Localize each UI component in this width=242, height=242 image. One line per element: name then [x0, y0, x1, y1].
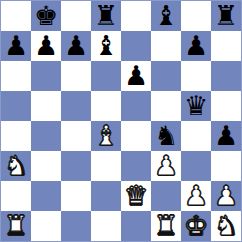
square-e8[interactable] — [121, 1, 151, 31]
square-g6[interactable] — [181, 61, 211, 91]
square-b6[interactable] — [31, 61, 61, 91]
black-pawn[interactable]: ♟ — [184, 32, 208, 59]
square-e1[interactable] — [121, 211, 151, 241]
square-f5[interactable] — [151, 91, 181, 121]
white-knight[interactable]: ♞ — [4, 152, 28, 179]
square-f4[interactable]: ♞ — [151, 121, 181, 151]
square-g4[interactable] — [181, 121, 211, 151]
square-a1[interactable]: ♜ — [1, 211, 31, 241]
black-pawn[interactable]: ♟ — [34, 32, 58, 59]
square-d7[interactable]: ♝ — [91, 31, 121, 61]
square-c3[interactable] — [61, 151, 91, 181]
white-pawn[interactable]: ♟ — [154, 152, 178, 179]
black-pawn[interactable]: ♟ — [4, 32, 28, 59]
square-b4[interactable] — [31, 121, 61, 151]
square-b2[interactable] — [31, 181, 61, 211]
square-h7[interactable] — [211, 31, 241, 61]
white-pawn[interactable]: ♟ — [184, 182, 208, 209]
square-b5[interactable] — [31, 91, 61, 121]
square-c4[interactable] — [61, 121, 91, 151]
black-bishop[interactable]: ♝ — [94, 32, 118, 59]
square-h3[interactable] — [211, 151, 241, 181]
square-c5[interactable] — [61, 91, 91, 121]
black-rook[interactable]: ♜ — [214, 2, 238, 29]
square-h5[interactable] — [211, 91, 241, 121]
square-g3[interactable] — [181, 151, 211, 181]
square-g1[interactable]: ♚ — [181, 211, 211, 241]
square-e3[interactable] — [121, 151, 151, 181]
square-b1[interactable] — [31, 211, 61, 241]
square-h8[interactable]: ♜ — [211, 1, 241, 31]
square-d6[interactable] — [91, 61, 121, 91]
black-queen[interactable]: ♛ — [184, 92, 208, 119]
white-bishop[interactable]: ♝ — [94, 122, 118, 149]
square-a5[interactable] — [1, 91, 31, 121]
square-c2[interactable] — [61, 181, 91, 211]
square-d3[interactable] — [91, 151, 121, 181]
square-b7[interactable]: ♟ — [31, 31, 61, 61]
square-f3[interactable]: ♟ — [151, 151, 181, 181]
square-f1[interactable]: ♜ — [151, 211, 181, 241]
square-a3[interactable]: ♞ — [1, 151, 31, 181]
square-a7[interactable]: ♟ — [1, 31, 31, 61]
square-g8[interactable] — [181, 1, 211, 31]
square-e4[interactable] — [121, 121, 151, 151]
white-knight[interactable]: ♞ — [214, 212, 238, 239]
square-d4[interactable]: ♝ — [91, 121, 121, 151]
square-g2[interactable]: ♟ — [181, 181, 211, 211]
square-a6[interactable] — [1, 61, 31, 91]
square-a8[interactable] — [1, 1, 31, 31]
square-c6[interactable] — [61, 61, 91, 91]
square-g5[interactable]: ♛ — [181, 91, 211, 121]
square-d1[interactable] — [91, 211, 121, 241]
square-d8[interactable]: ♜ — [91, 1, 121, 31]
black-pawn[interactable]: ♟ — [124, 62, 148, 89]
white-king[interactable]: ♚ — [184, 212, 208, 239]
square-e7[interactable] — [121, 31, 151, 61]
square-d5[interactable] — [91, 91, 121, 121]
square-h6[interactable] — [211, 61, 241, 91]
square-f7[interactable] — [151, 31, 181, 61]
white-pawn[interactable]: ♟ — [214, 182, 238, 209]
white-rook[interactable]: ♜ — [4, 212, 28, 239]
chess-board: ♚♜♝♜♟♟♟♝♟♟♛♝♞♟♞♟♛♟♟♜♜♚♞ — [0, 0, 242, 242]
square-d2[interactable] — [91, 181, 121, 211]
square-c1[interactable] — [61, 211, 91, 241]
white-queen[interactable]: ♛ — [124, 182, 148, 209]
square-f2[interactable] — [151, 181, 181, 211]
square-f8[interactable]: ♝ — [151, 1, 181, 31]
square-f6[interactable] — [151, 61, 181, 91]
square-b8[interactable]: ♚ — [31, 1, 61, 31]
black-rook[interactable]: ♜ — [94, 2, 118, 29]
black-king[interactable]: ♚ — [34, 2, 58, 29]
square-c8[interactable] — [61, 1, 91, 31]
square-b3[interactable] — [31, 151, 61, 181]
square-h4[interactable]: ♟ — [211, 121, 241, 151]
square-e2[interactable]: ♛ — [121, 181, 151, 211]
square-g7[interactable]: ♟ — [181, 31, 211, 61]
square-e6[interactable]: ♟ — [121, 61, 151, 91]
square-a2[interactable] — [1, 181, 31, 211]
white-rook[interactable]: ♜ — [154, 212, 178, 239]
square-h2[interactable]: ♟ — [211, 181, 241, 211]
square-h1[interactable]: ♞ — [211, 211, 241, 241]
square-e5[interactable] — [121, 91, 151, 121]
square-c7[interactable]: ♟ — [61, 31, 91, 61]
black-pawn[interactable]: ♟ — [64, 32, 88, 59]
square-a4[interactable] — [1, 121, 31, 151]
black-knight[interactable]: ♞ — [154, 122, 178, 149]
black-pawn[interactable]: ♟ — [214, 122, 238, 149]
black-bishop[interactable]: ♝ — [154, 2, 178, 29]
